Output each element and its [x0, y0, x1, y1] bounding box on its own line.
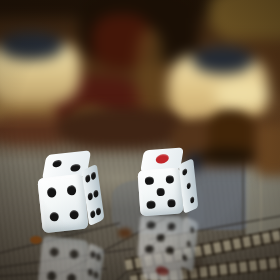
die-pip: [90, 251, 95, 260]
die-pip: [90, 171, 95, 180]
die-pip: [165, 175, 174, 183]
die-right: [137, 146, 199, 218]
die-pip: [146, 200, 155, 208]
die-right-reflection: [137, 212, 199, 280]
die-pip: [190, 226, 195, 234]
die-pip: [186, 182, 191, 190]
die-right-front-face: [137, 214, 183, 263]
die-pip: [186, 240, 191, 248]
die-pip: [49, 211, 59, 221]
die-right-front-face: [137, 168, 183, 217]
die-pip: [47, 187, 57, 197]
amber-reflection-knot: [30, 236, 42, 244]
die-pip: [95, 253, 100, 262]
die-pip: [145, 177, 154, 185]
die-left-front-face: [37, 236, 88, 280]
die-pip: [145, 245, 154, 253]
die-pip: [67, 273, 77, 280]
die-pip: [156, 234, 165, 242]
die-left: [38, 150, 102, 236]
die-pip: [182, 168, 187, 176]
die-pip: [95, 207, 100, 216]
die-pip: [93, 189, 98, 198]
die-pip: [167, 199, 176, 207]
die-pip: [52, 159, 63, 168]
horizon-brown-center: [58, 108, 182, 148]
die-pip: [69, 249, 79, 259]
die-pip: [182, 254, 187, 262]
die-pip: [156, 188, 165, 196]
die-left-front-face: [37, 174, 88, 234]
die-pip: [85, 174, 90, 183]
die-pip: [165, 246, 174, 254]
die-pip: [49, 247, 59, 257]
die-pip: [155, 154, 169, 164]
die-pip: [88, 268, 93, 277]
die-pip: [146, 221, 155, 229]
die-pip: [47, 271, 57, 280]
die-pip: [90, 210, 95, 219]
die-pip: [69, 209, 79, 219]
backgammon-dice-photo: [0, 0, 280, 280]
die-pip: [70, 163, 81, 172]
die-left-reflection: [38, 233, 102, 280]
die-pip: [67, 185, 77, 195]
die-pip: [93, 271, 98, 280]
die-pip: [167, 223, 176, 231]
horizon-dark-tips: [198, 148, 256, 164]
horizon-far-right: [258, 124, 280, 176]
die-pip: [88, 192, 93, 201]
die-pip: [190, 196, 195, 204]
die-pip: [155, 266, 169, 276]
